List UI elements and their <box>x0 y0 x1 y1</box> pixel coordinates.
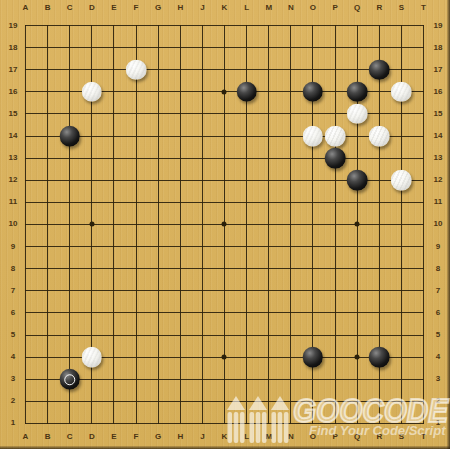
black-stone-Q16 <box>347 82 368 103</box>
column-label-top-F: F <box>134 4 139 12</box>
row-label-left-18: 18 <box>9 44 18 52</box>
star-point-K16 <box>222 89 227 94</box>
last-move-marker <box>64 374 75 385</box>
row-label-right-7: 7 <box>436 287 440 295</box>
black-stone-P13 <box>325 148 346 169</box>
column-label-top-R: R <box>376 4 382 12</box>
black-stone-O4 <box>303 347 324 368</box>
white-stone-D16 <box>82 82 103 103</box>
row-label-left-12: 12 <box>9 176 18 184</box>
black-stone-R17 <box>369 59 390 80</box>
row-label-left-2: 2 <box>11 397 15 405</box>
row-label-left-3: 3 <box>11 375 15 383</box>
column-label-bottom-F: F <box>134 433 139 441</box>
column-label-top-O: O <box>310 4 316 12</box>
column-label-bottom-M: M <box>265 433 272 441</box>
row-label-left-1: 1 <box>11 419 15 427</box>
column-label-top-S: S <box>399 4 404 12</box>
column-label-bottom-Q: Q <box>354 433 360 441</box>
column-label-top-D: D <box>89 4 95 12</box>
row-label-left-13: 13 <box>9 154 18 162</box>
column-label-top-A: A <box>23 4 29 12</box>
row-label-left-7: 7 <box>11 287 15 295</box>
white-stone-S16 <box>391 82 412 103</box>
row-label-left-5: 5 <box>11 331 15 339</box>
row-label-left-10: 10 <box>9 220 18 228</box>
column-label-top-J: J <box>200 4 204 12</box>
black-stone-R4 <box>369 347 390 368</box>
column-label-bottom-O: O <box>310 433 316 441</box>
column-label-top-M: M <box>265 4 272 12</box>
row-label-right-19: 19 <box>434 22 443 30</box>
column-label-top-P: P <box>332 4 337 12</box>
star-point-D10 <box>89 222 94 227</box>
white-stone-S12 <box>391 170 412 191</box>
row-label-right-1: 1 <box>436 419 440 427</box>
column-label-top-B: B <box>45 4 51 12</box>
column-label-bottom-L: L <box>244 433 249 441</box>
star-point-K10 <box>222 222 227 227</box>
goban[interactable]: AABBCCDDEEFFGGHHJJKKLLMMNNOOPPQQRRSSTT19… <box>0 0 450 449</box>
white-stone-R14 <box>369 126 390 147</box>
black-stone-C14 <box>59 126 80 147</box>
column-label-bottom-K: K <box>222 433 228 441</box>
row-label-left-9: 9 <box>11 243 15 251</box>
column-label-top-H: H <box>177 4 183 12</box>
row-label-left-11: 11 <box>9 198 17 206</box>
white-stone-O14 <box>303 126 324 147</box>
row-label-right-5: 5 <box>436 331 440 339</box>
black-stone-O16 <box>303 82 324 103</box>
row-label-left-8: 8 <box>11 265 15 273</box>
star-point-Q10 <box>355 222 360 227</box>
row-label-right-9: 9 <box>436 243 440 251</box>
row-label-right-14: 14 <box>434 132 443 140</box>
row-label-left-6: 6 <box>11 309 15 317</box>
column-label-bottom-J: J <box>200 433 204 441</box>
row-label-right-4: 4 <box>436 353 440 361</box>
row-label-right-13: 13 <box>434 154 443 162</box>
column-label-bottom-B: B <box>45 433 51 441</box>
row-label-right-10: 10 <box>434 220 443 228</box>
column-label-bottom-P: P <box>332 433 337 441</box>
column-label-top-K: K <box>222 4 228 12</box>
row-label-left-19: 19 <box>9 22 18 30</box>
row-label-left-16: 16 <box>9 88 18 96</box>
white-stone-D4 <box>82 347 103 368</box>
column-label-bottom-A: A <box>23 433 29 441</box>
column-label-top-N: N <box>288 4 294 12</box>
white-stone-F17 <box>126 59 147 80</box>
row-label-right-12: 12 <box>434 176 443 184</box>
row-label-right-15: 15 <box>434 110 443 118</box>
column-label-bottom-T: T <box>421 433 426 441</box>
black-stone-L16 <box>236 82 257 103</box>
white-stone-Q15 <box>347 104 368 125</box>
row-label-left-4: 4 <box>11 353 15 361</box>
star-point-Q4 <box>355 355 360 360</box>
column-label-bottom-N: N <box>288 433 294 441</box>
column-label-bottom-E: E <box>111 433 116 441</box>
row-label-left-14: 14 <box>9 132 18 140</box>
column-label-bottom-R: R <box>376 433 382 441</box>
row-label-right-18: 18 <box>434 44 443 52</box>
row-label-left-17: 17 <box>9 66 18 74</box>
row-label-left-15: 15 <box>9 110 18 118</box>
column-label-bottom-D: D <box>89 433 95 441</box>
column-label-top-L: L <box>244 4 249 12</box>
row-label-right-17: 17 <box>434 66 443 74</box>
black-stone-C3 <box>59 369 80 390</box>
go-board-app: AABBCCDDEEFFGGHHJJKKLLMMNNOOPPQQRRSSTT19… <box>0 0 450 449</box>
row-label-right-8: 8 <box>436 265 440 273</box>
black-stone-Q12 <box>347 170 368 191</box>
column-label-top-T: T <box>421 4 426 12</box>
white-stone-P14 <box>325 126 346 147</box>
column-label-bottom-C: C <box>67 433 73 441</box>
row-label-right-16: 16 <box>434 88 443 96</box>
row-label-right-11: 11 <box>434 198 442 206</box>
column-label-top-G: G <box>155 4 161 12</box>
row-label-right-6: 6 <box>436 309 440 317</box>
column-label-bottom-G: G <box>155 433 161 441</box>
column-label-top-Q: Q <box>354 4 360 12</box>
column-label-top-C: C <box>67 4 73 12</box>
star-point-K4 <box>222 355 227 360</box>
column-label-top-E: E <box>111 4 116 12</box>
row-label-right-3: 3 <box>436 375 440 383</box>
row-label-right-2: 2 <box>436 397 440 405</box>
column-label-bottom-H: H <box>177 433 183 441</box>
column-label-bottom-S: S <box>399 433 404 441</box>
